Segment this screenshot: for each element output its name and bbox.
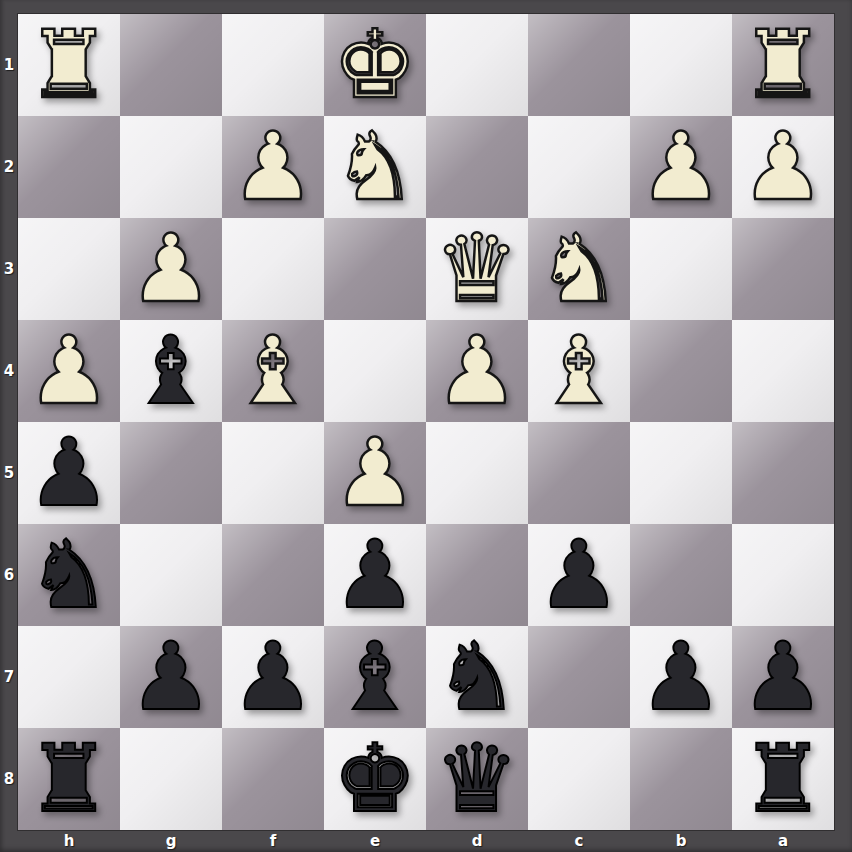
square-c6[interactable]: ♟ bbox=[528, 524, 630, 626]
square-g3[interactable]: ♟ bbox=[120, 218, 222, 320]
square-h8[interactable]: ♜ bbox=[18, 728, 120, 830]
white-knight-e2[interactable]: ♞ bbox=[333, 116, 417, 218]
square-b1[interactable] bbox=[630, 14, 732, 116]
square-h2[interactable] bbox=[18, 116, 120, 218]
square-b4[interactable] bbox=[630, 320, 732, 422]
square-c7[interactable] bbox=[528, 626, 630, 728]
square-d6[interactable] bbox=[426, 524, 528, 626]
square-a5[interactable] bbox=[732, 422, 834, 524]
square-d8[interactable]: ♛ bbox=[426, 728, 528, 830]
rank-label-2: 2 bbox=[0, 116, 18, 218]
rank-label-8: 8 bbox=[0, 728, 18, 830]
rank-label-7: 7 bbox=[0, 626, 18, 728]
square-f8[interactable] bbox=[222, 728, 324, 830]
white-bishop-c4[interactable]: ♝ bbox=[537, 320, 621, 422]
file-label-a: a bbox=[732, 830, 834, 852]
black-rook-a8[interactable]: ♜ bbox=[741, 728, 825, 830]
square-h6[interactable]: ♞ bbox=[18, 524, 120, 626]
square-e4[interactable] bbox=[324, 320, 426, 422]
rank-label-6: 6 bbox=[0, 524, 18, 626]
square-f2[interactable]: ♟ bbox=[222, 116, 324, 218]
square-g7[interactable]: ♟ bbox=[120, 626, 222, 728]
square-g1[interactable] bbox=[120, 14, 222, 116]
rank-label-4: 4 bbox=[0, 320, 18, 422]
square-g2[interactable] bbox=[120, 116, 222, 218]
square-d2[interactable] bbox=[426, 116, 528, 218]
square-h5[interactable]: ♟ bbox=[18, 422, 120, 524]
rank-label-1: 1 bbox=[0, 14, 18, 116]
square-e8[interactable]: ♚ bbox=[324, 728, 426, 830]
file-label-h: h bbox=[18, 830, 120, 852]
white-pawn-e5[interactable]: ♟ bbox=[333, 422, 417, 524]
square-h4[interactable]: ♟ bbox=[18, 320, 120, 422]
square-f7[interactable]: ♟ bbox=[222, 626, 324, 728]
file-label-e: e bbox=[324, 830, 426, 852]
square-c1[interactable] bbox=[528, 14, 630, 116]
square-b6[interactable] bbox=[630, 524, 732, 626]
black-queen-d8[interactable]: ♛ bbox=[435, 728, 519, 830]
square-c8[interactable] bbox=[528, 728, 630, 830]
square-e5[interactable]: ♟ bbox=[324, 422, 426, 524]
chess-board[interactable]: ♜♚♜♟♞♟♟♟♛♞♟♝♝♟♝♟♟♞♟♟♟♟♝♞♟♟♜♚♛♜ bbox=[18, 14, 834, 830]
white-rook-a1[interactable]: ♜ bbox=[741, 14, 825, 116]
white-pawn-b2[interactable]: ♟ bbox=[639, 116, 723, 218]
square-c5[interactable] bbox=[528, 422, 630, 524]
square-e3[interactable] bbox=[324, 218, 426, 320]
square-d4[interactable]: ♟ bbox=[426, 320, 528, 422]
square-a4[interactable] bbox=[732, 320, 834, 422]
file-label-c: c bbox=[528, 830, 630, 852]
file-label-f: f bbox=[222, 830, 324, 852]
black-pawn-g7[interactable]: ♟ bbox=[129, 626, 213, 728]
white-rook-h1[interactable]: ♜ bbox=[27, 14, 111, 116]
square-h7[interactable] bbox=[18, 626, 120, 728]
square-d7[interactable]: ♞ bbox=[426, 626, 528, 728]
file-label-g: g bbox=[120, 830, 222, 852]
black-rook-h8[interactable]: ♜ bbox=[27, 728, 111, 830]
square-b5[interactable] bbox=[630, 422, 732, 524]
square-f5[interactable] bbox=[222, 422, 324, 524]
white-queen-d3[interactable]: ♛ bbox=[435, 218, 519, 320]
square-h1[interactable]: ♜ bbox=[18, 14, 120, 116]
square-d3[interactable]: ♛ bbox=[426, 218, 528, 320]
rank-labels: 12345678 bbox=[0, 14, 18, 830]
white-pawn-d4[interactable]: ♟ bbox=[435, 320, 519, 422]
white-pawn-f2[interactable]: ♟ bbox=[231, 116, 315, 218]
square-b8[interactable] bbox=[630, 728, 732, 830]
black-pawn-h5[interactable]: ♟ bbox=[27, 422, 111, 524]
square-a6[interactable] bbox=[732, 524, 834, 626]
square-g4[interactable]: ♝ bbox=[120, 320, 222, 422]
square-a8[interactable]: ♜ bbox=[732, 728, 834, 830]
square-g6[interactable] bbox=[120, 524, 222, 626]
square-f1[interactable] bbox=[222, 14, 324, 116]
black-pawn-b7[interactable]: ♟ bbox=[639, 626, 723, 728]
square-e7[interactable]: ♝ bbox=[324, 626, 426, 728]
white-pawn-h4[interactable]: ♟ bbox=[27, 320, 111, 422]
square-c2[interactable] bbox=[528, 116, 630, 218]
black-pawn-e6[interactable]: ♟ bbox=[333, 524, 417, 626]
black-king-e8[interactable]: ♚ bbox=[333, 728, 417, 830]
black-pawn-a7[interactable]: ♟ bbox=[741, 626, 825, 728]
square-e1[interactable]: ♚ bbox=[324, 14, 426, 116]
black-knight-h6[interactable]: ♞ bbox=[27, 524, 111, 626]
file-label-b: b bbox=[630, 830, 732, 852]
square-f3[interactable] bbox=[222, 218, 324, 320]
rank-label-5: 5 bbox=[0, 422, 18, 524]
square-e6[interactable]: ♟ bbox=[324, 524, 426, 626]
black-bishop-g4[interactable]: ♝ bbox=[129, 320, 213, 422]
square-h3[interactable] bbox=[18, 218, 120, 320]
board-frame: 12345678 ♜♚♜♟♞♟♟♟♛♞♟♝♝♟♝♟♟♞♟♟♟♟♝♞♟♟♜♚♛♜ … bbox=[0, 0, 852, 852]
square-a7[interactable]: ♟ bbox=[732, 626, 834, 728]
white-bishop-f4[interactable]: ♝ bbox=[231, 320, 315, 422]
square-e2[interactable]: ♞ bbox=[324, 116, 426, 218]
black-pawn-f7[interactable]: ♟ bbox=[231, 626, 315, 728]
square-c3[interactable]: ♞ bbox=[528, 218, 630, 320]
black-pawn-c6[interactable]: ♟ bbox=[537, 524, 621, 626]
file-labels: hgfedcba bbox=[18, 830, 834, 852]
white-pawn-a2[interactable]: ♟ bbox=[741, 116, 825, 218]
square-a1[interactable]: ♜ bbox=[732, 14, 834, 116]
square-g5[interactable] bbox=[120, 422, 222, 524]
square-b7[interactable]: ♟ bbox=[630, 626, 732, 728]
black-bishop-e7[interactable]: ♝ bbox=[333, 626, 417, 728]
white-pawn-g3[interactable]: ♟ bbox=[129, 218, 213, 320]
white-king-e1[interactable]: ♚ bbox=[333, 14, 417, 116]
file-label-d: d bbox=[426, 830, 528, 852]
square-f6[interactable] bbox=[222, 524, 324, 626]
square-f4[interactable]: ♝ bbox=[222, 320, 324, 422]
square-c4[interactable]: ♝ bbox=[528, 320, 630, 422]
white-knight-c3[interactable]: ♞ bbox=[537, 218, 621, 320]
square-g8[interactable] bbox=[120, 728, 222, 830]
square-d1[interactable] bbox=[426, 14, 528, 116]
square-a3[interactable] bbox=[732, 218, 834, 320]
black-knight-d7[interactable]: ♞ bbox=[435, 626, 519, 728]
square-b3[interactable] bbox=[630, 218, 732, 320]
square-b2[interactable]: ♟ bbox=[630, 116, 732, 218]
square-a2[interactable]: ♟ bbox=[732, 116, 834, 218]
rank-label-3: 3 bbox=[0, 218, 18, 320]
square-d5[interactable] bbox=[426, 422, 528, 524]
